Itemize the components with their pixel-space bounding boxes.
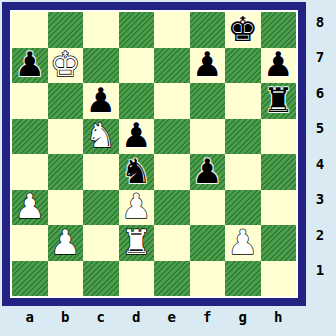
square-a6[interactable]: [12, 83, 48, 119]
black-rook[interactable]: ♜: [263, 83, 293, 117]
square-d6[interactable]: [119, 83, 155, 119]
square-b8[interactable]: [48, 12, 84, 48]
white-pawn[interactable]: ♟: [228, 225, 258, 259]
square-g2[interactable]: ♟: [225, 225, 261, 261]
square-e1[interactable]: [154, 261, 190, 297]
square-b3[interactable]: [48, 190, 84, 226]
white-king[interactable]: ♚: [50, 48, 80, 82]
square-g7[interactable]: [225, 48, 261, 84]
square-b4[interactable]: [48, 154, 84, 190]
square-b7[interactable]: ♚: [48, 48, 84, 84]
square-d3[interactable]: ♟: [119, 190, 155, 226]
rank-label-1: 1: [306, 253, 334, 289]
rank-label-2: 2: [306, 217, 334, 253]
square-d2[interactable]: ♜: [119, 225, 155, 261]
square-d4[interactable]: ♞: [119, 154, 155, 190]
square-c7[interactable]: [83, 48, 119, 84]
square-g8[interactable]: ♚: [225, 12, 261, 48]
square-f8[interactable]: [190, 12, 226, 48]
square-h3[interactable]: [261, 190, 297, 226]
square-d8[interactable]: [119, 12, 155, 48]
rank-labels: 87654321: [306, 4, 334, 288]
black-pawn[interactable]: ♟: [192, 154, 222, 188]
square-a1[interactable]: [12, 261, 48, 297]
square-a8[interactable]: [12, 12, 48, 48]
white-rook[interactable]: ♜: [121, 225, 151, 259]
square-f1[interactable]: [190, 261, 226, 297]
square-g5[interactable]: [225, 119, 261, 155]
square-e7[interactable]: [154, 48, 190, 84]
square-c8[interactable]: [83, 12, 119, 48]
square-g3[interactable]: [225, 190, 261, 226]
file-label-h: h: [261, 304, 297, 330]
black-pawn[interactable]: ♟: [15, 48, 45, 82]
rank-label-3: 3: [306, 182, 334, 218]
square-c2[interactable]: [83, 225, 119, 261]
square-g1[interactable]: [225, 261, 261, 297]
square-f5[interactable]: [190, 119, 226, 155]
square-a4[interactable]: [12, 154, 48, 190]
file-labels: abcdefgh: [12, 304, 296, 330]
rank-label-7: 7: [306, 40, 334, 76]
file-label-g: g: [225, 304, 261, 330]
white-pawn[interactable]: ♟: [121, 190, 151, 224]
square-e3[interactable]: [154, 190, 190, 226]
square-f6[interactable]: [190, 83, 226, 119]
file-label-f: f: [190, 304, 226, 330]
square-d5[interactable]: ♟: [119, 119, 155, 155]
square-c1[interactable]: [83, 261, 119, 297]
chess-diagram: ♚♟♚♟♟♟♜♞♟♞♟♟♟♟♜♟ 87654321 abcdefgh: [0, 0, 336, 336]
square-h5[interactable]: [261, 119, 297, 155]
black-pawn[interactable]: ♟: [263, 48, 293, 82]
chess-board[interactable]: ♚♟♚♟♟♟♜♞♟♞♟♟♟♟♜♟: [12, 12, 296, 296]
square-e4[interactable]: [154, 154, 190, 190]
square-f2[interactable]: [190, 225, 226, 261]
file-label-e: e: [154, 304, 190, 330]
rank-label-4: 4: [306, 146, 334, 182]
square-b1[interactable]: [48, 261, 84, 297]
square-h1[interactable]: [261, 261, 297, 297]
white-knight[interactable]: ♞: [86, 119, 116, 153]
square-a2[interactable]: [12, 225, 48, 261]
square-e8[interactable]: [154, 12, 190, 48]
square-a7[interactable]: ♟: [12, 48, 48, 84]
square-b6[interactable]: [48, 83, 84, 119]
black-pawn[interactable]: ♟: [192, 48, 222, 82]
file-label-d: d: [119, 304, 155, 330]
file-label-b: b: [48, 304, 84, 330]
square-f7[interactable]: ♟: [190, 48, 226, 84]
white-pawn[interactable]: ♟: [15, 190, 45, 224]
square-e2[interactable]: [154, 225, 190, 261]
black-king[interactable]: ♚: [228, 12, 258, 46]
square-f4[interactable]: ♟: [190, 154, 226, 190]
board-frame: ♚♟♚♟♟♟♜♞♟♞♟♟♟♟♜♟: [2, 2, 306, 306]
square-c6[interactable]: ♟: [83, 83, 119, 119]
square-c3[interactable]: [83, 190, 119, 226]
square-b5[interactable]: [48, 119, 84, 155]
square-e6[interactable]: [154, 83, 190, 119]
square-h8[interactable]: [261, 12, 297, 48]
rank-label-8: 8: [306, 4, 334, 40]
square-d1[interactable]: [119, 261, 155, 297]
rank-label-6: 6: [306, 75, 334, 111]
square-g4[interactable]: [225, 154, 261, 190]
square-a5[interactable]: [12, 119, 48, 155]
square-h4[interactable]: [261, 154, 297, 190]
black-knight[interactable]: ♞: [121, 154, 151, 188]
square-h2[interactable]: [261, 225, 297, 261]
white-pawn[interactable]: ♟: [50, 225, 80, 259]
square-d7[interactable]: [119, 48, 155, 84]
file-label-a: a: [12, 304, 48, 330]
square-c5[interactable]: ♞: [83, 119, 119, 155]
square-e5[interactable]: [154, 119, 190, 155]
square-b2[interactable]: ♟: [48, 225, 84, 261]
square-h7[interactable]: ♟: [261, 48, 297, 84]
square-h6[interactable]: ♜: [261, 83, 297, 119]
square-a3[interactable]: ♟: [12, 190, 48, 226]
square-g6[interactable]: [225, 83, 261, 119]
black-pawn[interactable]: ♟: [86, 83, 116, 117]
rank-label-5: 5: [306, 111, 334, 147]
file-label-c: c: [83, 304, 119, 330]
square-f3[interactable]: [190, 190, 226, 226]
square-c4[interactable]: [83, 154, 119, 190]
black-pawn[interactable]: ♟: [121, 119, 151, 153]
